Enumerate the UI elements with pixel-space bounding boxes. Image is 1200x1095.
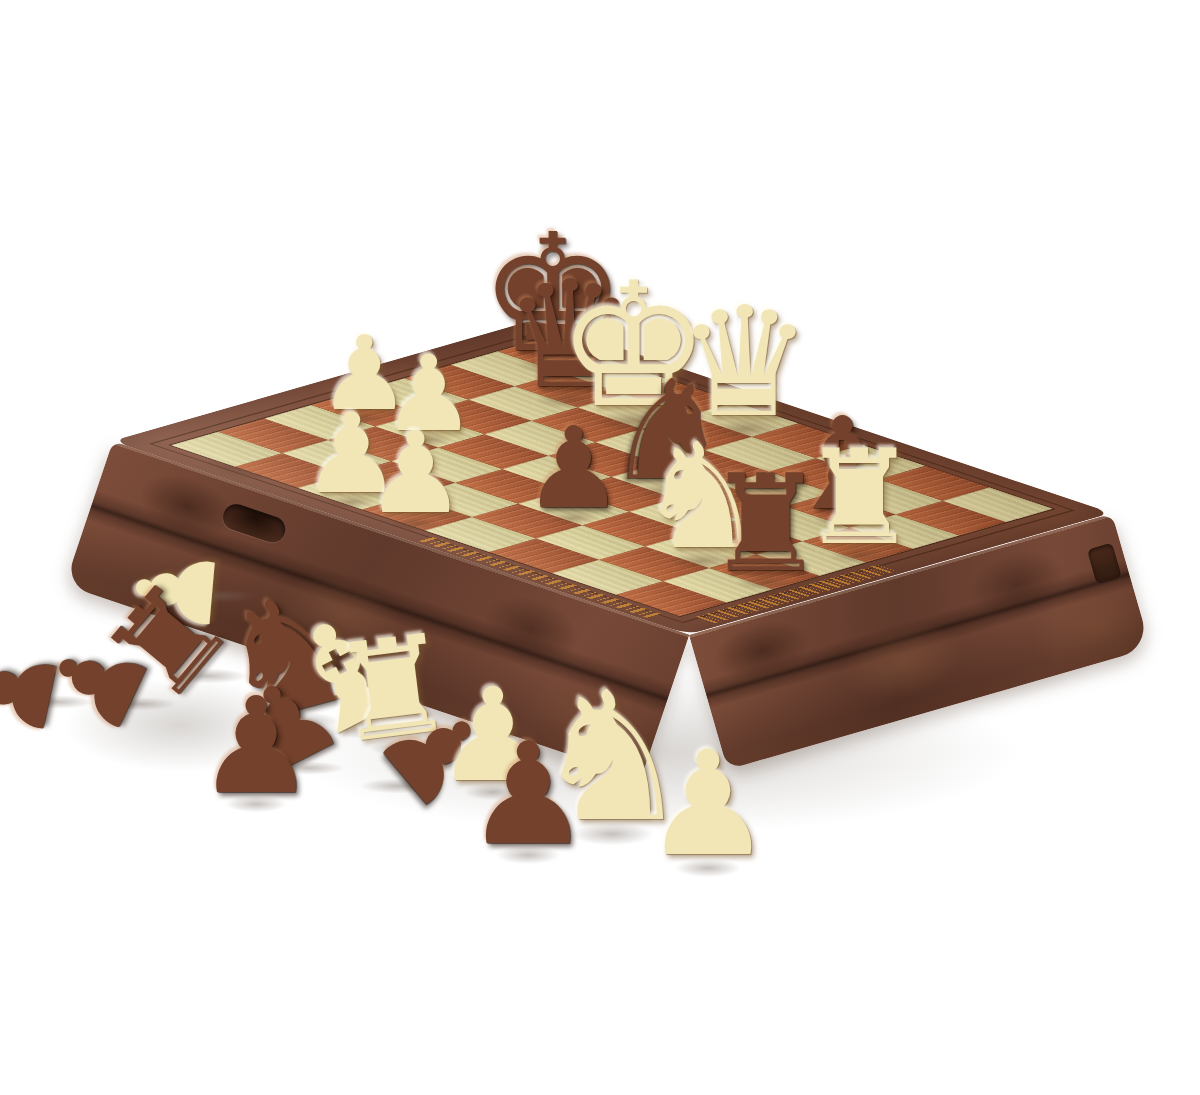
handle-recess — [219, 501, 288, 546]
piece-contact-shadow — [308, 718, 436, 742]
piece-contact-shadow — [215, 793, 296, 815]
piece-white-pawn: ♟ — [632, 744, 784, 866]
piece-contact-shadow — [359, 737, 441, 760]
piece-dark-pawn: ♟ — [32, 611, 164, 754]
piece-contact-shadow — [259, 759, 357, 777]
piece-contact-shadow — [664, 856, 752, 880]
piece-contact-shadow — [347, 776, 449, 795]
piece-contact-shadow — [257, 709, 353, 735]
piece-contact-shadow — [91, 695, 189, 713]
piece-contact-shadow — [454, 781, 533, 803]
piece-contact-shadow — [154, 666, 263, 686]
chess-set-product-photo: ♟♟♟♟♚♛♚♛♞♟♞♝♜♜♟♟♜♟♞♟♟♝♜♟♟♟♞♟ — [0, 0, 1200, 1095]
piece-dark-pawn: ♟ — [215, 658, 359, 792]
piece-contact-shadow — [557, 819, 666, 849]
piece-contact-shadow — [10, 693, 105, 711]
piece-dark-pawn: ♟ — [186, 690, 326, 802]
clasp-notch — [1086, 542, 1121, 584]
piece-contact-shadow — [485, 843, 571, 867]
piece-dark-pawn: ♟ — [0, 627, 70, 755]
